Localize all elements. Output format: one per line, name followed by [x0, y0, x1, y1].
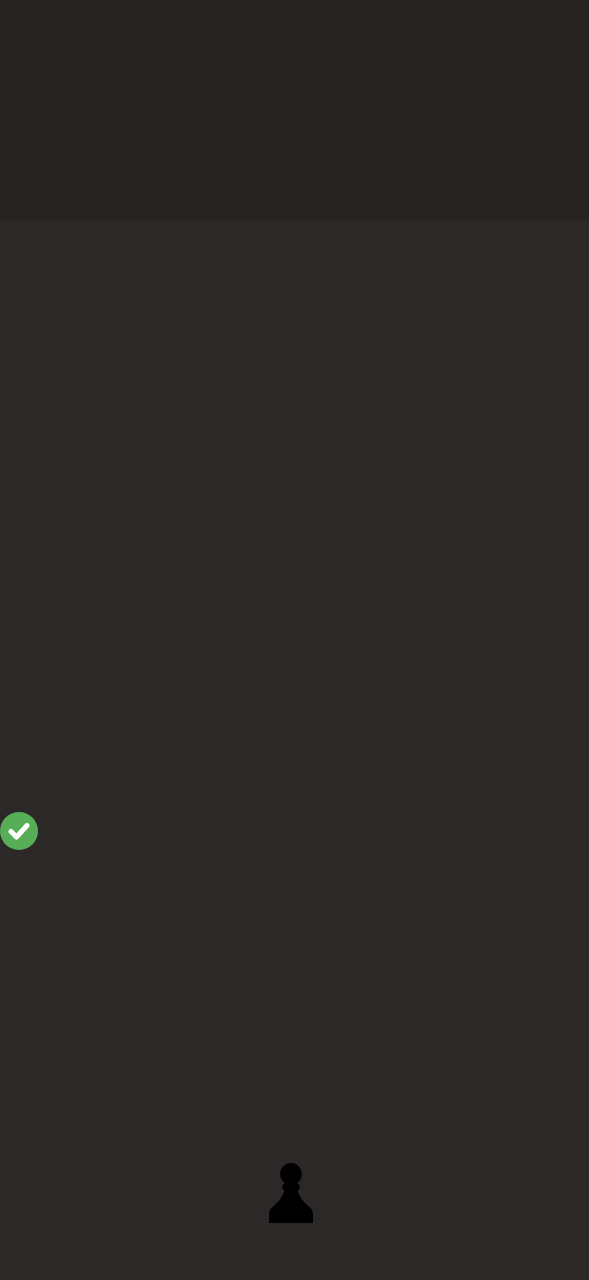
puzzle-share-card [0, 0, 589, 1280]
chess-board-wrap [0, 220, 589, 812]
footer [0, 812, 589, 1280]
chess-board [0, 220, 589, 812]
rating-chart [0, 855, 589, 1065]
header [0, 0, 589, 220]
chesscom-logo [0, 1154, 589, 1234]
check-icon [8, 822, 30, 840]
green-pawn-icon [268, 1161, 314, 1227]
correct-move-check-icon [0, 812, 38, 850]
